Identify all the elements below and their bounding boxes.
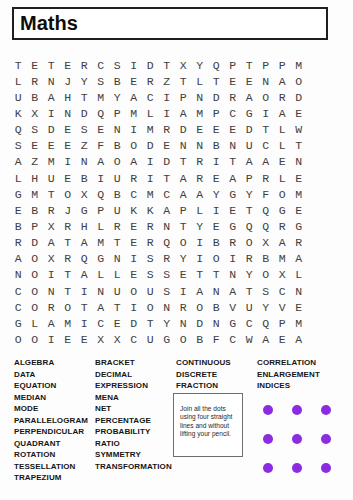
grid-cell-r15c8: O <box>126 283 143 299</box>
grid-cell-r6c6: F <box>93 138 110 154</box>
grid-cell-r9c12: A <box>192 186 209 202</box>
grid-cell-r10c16: Q <box>258 202 275 218</box>
grid-cell-r9c10: C <box>159 186 176 202</box>
word-probability: PROBABILITY <box>95 426 172 438</box>
grid-cell-r12c8: E <box>126 235 143 251</box>
grid-cell-r15c10: S <box>159 283 176 299</box>
grid-cell-r11c16: Q <box>258 218 275 234</box>
grid-cell-r6c4: E <box>60 138 77 154</box>
grid-cell-r9c7: B <box>109 186 126 202</box>
grid-cell-r12c11: O <box>175 235 192 251</box>
grid-cell-r10c5: G <box>76 202 93 218</box>
grid-cell-r3c8: A <box>126 89 143 105</box>
word-decimal: DECIMAL <box>95 369 172 381</box>
grid-cell-r10c13: I <box>208 202 225 218</box>
grid-cell-r2c12: L <box>192 73 209 89</box>
dots-grid <box>253 395 340 482</box>
grid-cell-r8c16: R <box>258 170 275 186</box>
grid-cell-r3c17: R <box>274 89 291 105</box>
grid-cell-r14c15: Y <box>241 267 258 283</box>
word-list-col-4: CORRELATIONENLARGEMENTINDICES <box>257 357 320 392</box>
word-trapezium: TRAPEZIUM <box>14 472 88 484</box>
grid-cell-r10c4: J <box>60 202 77 218</box>
grid-cell-r14c6: L <box>93 267 110 283</box>
grid-cell-r18c8: C <box>126 331 143 347</box>
grid-cell-r6c10: E <box>159 138 176 154</box>
grid-cell-r4c6: Q <box>93 105 110 121</box>
word-rotation: ROTATION <box>14 449 88 461</box>
grid-cell-r7c15: A <box>241 154 258 170</box>
grid-cell-r12c7: T <box>109 235 126 251</box>
grid-cell-r6c1: S <box>10 138 27 154</box>
grid-cell-r1c9: D <box>142 57 159 73</box>
grid-cell-r4c15: G <box>241 105 258 121</box>
grid-cell-r6c7: B <box>109 138 126 154</box>
grid-cell-r1c17: P <box>274 57 291 73</box>
grid-cell-r4c12: M <box>192 105 209 121</box>
grid-cell-r13c4: R <box>60 251 77 267</box>
grid-cell-r18c16: A <box>258 331 275 347</box>
grid-cell-r6c5: Z <box>76 138 93 154</box>
grid-cell-r4c10: I <box>159 105 176 121</box>
grid-cell-r1c1: T <box>10 57 27 73</box>
word-list-col-2: BRACKETDECIMALEXPRESSIONMENANETPERCENTAG… <box>95 357 172 472</box>
grid-cell-r16c12: O <box>192 299 209 315</box>
grid-cell-r15c15: T <box>241 283 258 299</box>
grid-cell-r3c12: N <box>192 89 209 105</box>
grid-cell-r5c4: E <box>60 122 77 138</box>
grid-cell-r4c7: P <box>109 105 126 121</box>
grid-cell-r13c9: S <box>142 251 159 267</box>
grid-cell-r17c14: G <box>225 315 242 331</box>
grid-cell-r11c13: E <box>208 218 225 234</box>
grid-cell-r15c18: N <box>291 283 308 299</box>
grid-cell-r13c12: I <box>192 251 209 267</box>
grid-cell-r4c2: X <box>27 105 44 121</box>
grid-cell-r13c13: O <box>208 251 225 267</box>
grid-cell-r14c16: O <box>258 267 275 283</box>
grid-cell-r3c18: D <box>291 89 308 105</box>
word-algebra: ALGEBRA <box>14 357 88 369</box>
grid-cell-r15c16: S <box>258 283 275 299</box>
grid-cell-r1c5: R <box>76 57 93 73</box>
grid-cell-r16c8: I <box>126 299 143 315</box>
grid-cell-r7c3: M <box>43 154 60 170</box>
grid-cell-r15c9: U <box>142 283 159 299</box>
grid-cell-r8c2: H <box>27 170 44 186</box>
grid-cell-r16c1: C <box>10 299 27 315</box>
grid-cell-r7c18: N <box>291 154 308 170</box>
grid-cell-r9c5: X <box>76 186 93 202</box>
grid-cell-r7c13: I <box>208 154 225 170</box>
grid-cell-r11c15: Q <box>241 218 258 234</box>
grid-cell-r11c14: G <box>225 218 242 234</box>
grid-cell-r2c8: E <box>126 73 143 89</box>
grid-cell-r14c4: T <box>60 267 77 283</box>
grid-cell-r17c5: I <box>76 315 93 331</box>
grid-cell-r8c10: T <box>159 170 176 186</box>
grid-cell-r16c2: O <box>27 299 44 315</box>
grid-cell-r5c1: Q <box>10 122 27 138</box>
grid-cell-r1c2: E <box>27 57 44 73</box>
grid-cell-r11c10: N <box>159 218 176 234</box>
grid-cell-r15c1: C <box>10 283 27 299</box>
join-dots-instruction-box: Join all the dots using four straight li… <box>173 393 243 457</box>
grid-cell-r13c17: M <box>274 251 291 267</box>
grid-cell-r11c6: L <box>93 218 110 234</box>
grid-cell-r16c10: N <box>159 299 176 315</box>
grid-cell-r13c2: O <box>27 251 44 267</box>
grid-cell-r1c7: S <box>109 57 126 73</box>
grid-cell-r8c11: A <box>175 170 192 186</box>
grid-cell-r9c1: G <box>10 186 27 202</box>
grid-cell-r15c14: A <box>225 283 242 299</box>
grid-cell-r8c12: R <box>192 170 209 186</box>
grid-cell-r16c18: E <box>291 299 308 315</box>
grid-cell-r1c14: P <box>225 57 242 73</box>
grid-cell-r14c14: N <box>225 267 242 283</box>
grid-cell-r10c8: K <box>126 202 143 218</box>
grid-cell-r12c9: R <box>142 235 159 251</box>
grid-cell-r9c2: M <box>27 186 44 202</box>
grid-cell-r2c2: R <box>27 73 44 89</box>
grid-cell-r18c17: E <box>274 331 291 347</box>
grid-cell-r9c17: O <box>274 186 291 202</box>
grid-cell-r3c14: R <box>225 89 242 105</box>
puzzle-dot <box>263 463 273 473</box>
grid-cell-r10c15: T <box>241 202 258 218</box>
grid-cell-r12c1: R <box>10 235 27 251</box>
grid-cell-r3c7: Y <box>109 89 126 105</box>
grid-cell-r10c14: E <box>225 202 242 218</box>
grid-cell-r7c11: T <box>175 154 192 170</box>
grid-cell-r11c17: R <box>274 218 291 234</box>
grid-cell-r2c9: R <box>142 73 159 89</box>
puzzle-dot <box>292 405 302 415</box>
word-ratio: RATIO <box>95 438 172 450</box>
grid-cell-r11c2: P <box>27 218 44 234</box>
grid-cell-r17c10: Y <box>159 315 176 331</box>
grid-cell-r5c17: L <box>274 122 291 138</box>
grid-cell-r14c2: O <box>27 267 44 283</box>
grid-cell-r1c15: T <box>241 57 258 73</box>
grid-cell-r12c2: D <box>27 235 44 251</box>
grid-cell-r8c14: A <box>225 170 242 186</box>
grid-cell-r14c13: T <box>208 267 225 283</box>
grid-cell-r14c10: S <box>159 267 176 283</box>
grid-cell-r4c4: N <box>60 105 77 121</box>
grid-cell-r12c12: I <box>192 235 209 251</box>
grid-cell-r6c9: D <box>142 138 159 154</box>
grid-cell-r18c6: X <box>93 331 110 347</box>
word-symmetry: SYMMETRY <box>95 449 172 461</box>
grid-cell-r12c17: A <box>274 235 291 251</box>
grid-cell-r11c18: G <box>291 218 308 234</box>
grid-cell-r1c18: M <box>291 57 308 73</box>
grid-cell-r8c15: P <box>241 170 258 186</box>
grid-cell-r16c14: V <box>225 299 242 315</box>
grid-cell-r17c17: P <box>274 315 291 331</box>
grid-cell-r8c8: R <box>126 170 143 186</box>
grid-cell-r8c1: L <box>10 170 27 186</box>
grid-cell-r11c1: B <box>10 218 27 234</box>
grid-cell-r1c4: E <box>60 57 77 73</box>
grid-cell-r7c10: D <box>159 154 176 170</box>
grid-cell-r13c3: X <box>43 251 60 267</box>
grid-cell-r14c3: I <box>43 267 60 283</box>
grid-cell-r11c12: Y <box>192 218 209 234</box>
grid-cell-r11c4: R <box>60 218 77 234</box>
grid-cell-r3c10: I <box>159 89 176 105</box>
grid-cell-r6c15: U <box>241 138 258 154</box>
grid-cell-r15c3: N <box>43 283 60 299</box>
grid-cell-r6c2: E <box>27 138 44 154</box>
grid-cell-r17c12: D <box>192 315 209 331</box>
grid-cell-r16c5: T <box>76 299 93 315</box>
join-dots-instruction-text: Join all the dots using four straight li… <box>174 394 242 439</box>
grid-cell-r3c9: C <box>142 89 159 105</box>
grid-cell-r17c13: N <box>208 315 225 331</box>
grid-cell-r1c10: T <box>159 57 176 73</box>
grid-cell-r15c6: N <box>93 283 110 299</box>
grid-cell-r3c16: O <box>258 89 275 105</box>
grid-cell-r2c13: T <box>208 73 225 89</box>
grid-cell-r12c16: X <box>258 235 275 251</box>
grid-cell-r3c4: H <box>60 89 77 105</box>
grid-cell-r2c11: T <box>175 73 192 89</box>
grid-cell-r2c18: O <box>291 73 308 89</box>
grid-cell-r4c14: C <box>225 105 242 121</box>
grid-cell-r1c6: C <box>93 57 110 73</box>
grid-cell-r11c11: T <box>175 218 192 234</box>
grid-cell-r18c15: W <box>241 331 258 347</box>
grid-cell-r16c6: A <box>93 299 110 315</box>
grid-cell-r16c17: V <box>274 299 291 315</box>
grid-cell-r14c8: E <box>126 267 143 283</box>
grid-cell-r7c8: A <box>126 154 143 170</box>
grid-cell-r17c8: D <box>126 315 143 331</box>
grid-cell-r9c11: A <box>175 186 192 202</box>
grid-cell-r4c9: L <box>142 105 159 121</box>
grid-cell-r17c3: A <box>43 315 60 331</box>
grid-cell-r10c18: E <box>291 202 308 218</box>
grid-cell-r17c9: T <box>142 315 159 331</box>
title-box: Maths <box>12 7 328 40</box>
grid-cell-r18c4: E <box>60 331 77 347</box>
grid-cell-r17c7: E <box>109 315 126 331</box>
grid-cell-r1c13: Q <box>208 57 225 73</box>
grid-cell-r5c13: E <box>208 122 225 138</box>
grid-cell-r10c6: P <box>93 202 110 218</box>
grid-cell-r16c11: R <box>175 299 192 315</box>
grid-cell-r2c16: N <box>258 73 275 89</box>
grid-cell-r2c15: E <box>241 73 258 89</box>
grid-cell-r3c11: P <box>175 89 192 105</box>
grid-cell-r15c13: N <box>208 283 225 299</box>
word-mena: MENA <box>95 392 172 404</box>
grid-cell-r10c1: E <box>10 202 27 218</box>
worksheet-page: Maths TETERCSIDTXYQPTPPMLRNJYSBERZTLTEEN… <box>0 0 353 500</box>
grid-cell-r1c16: P <box>258 57 275 73</box>
grid-cell-r15c7: U <box>109 283 126 299</box>
grid-cell-r3c6: M <box>93 89 110 105</box>
grid-cell-r12c4: T <box>60 235 77 251</box>
grid-cell-r10c2: B <box>27 202 44 218</box>
grid-cell-r2c1: L <box>10 73 27 89</box>
grid-cell-r7c7: O <box>109 154 126 170</box>
grid-cell-r8c17: L <box>274 170 291 186</box>
grid-cell-r4c16: I <box>258 105 275 121</box>
grid-cell-r10c9: K <box>142 202 159 218</box>
grid-cell-r14c11: E <box>175 267 192 283</box>
grid-cell-r16c9: O <box>142 299 159 315</box>
grid-cell-r5c5: S <box>76 122 93 138</box>
grid-cell-r16c16: Y <box>258 299 275 315</box>
grid-cell-r2c4: J <box>60 73 77 89</box>
grid-cell-r12c10: Q <box>159 235 176 251</box>
puzzle-dot <box>321 434 331 444</box>
word-transformation: TRANSFORMATION <box>95 461 172 473</box>
grid-cell-r7c14: T <box>225 154 242 170</box>
grid-cell-r17c1: G <box>10 315 27 331</box>
word-discrete: DISCRETE <box>176 369 231 381</box>
grid-cell-r6c18: T <box>291 138 308 154</box>
word-quadrant: QUADRANT <box>14 438 88 450</box>
word-search-grid: TETERCSIDTXYQPTPPMLRNJYSBERZTLTEENAOUBAH… <box>10 57 307 348</box>
grid-cell-r4c17: A <box>274 105 291 121</box>
grid-cell-r6c14: N <box>225 138 242 154</box>
grid-cell-r13c15: R <box>241 251 258 267</box>
grid-cell-r1c3: T <box>43 57 60 73</box>
grid-cell-r16c4: O <box>60 299 77 315</box>
grid-cell-r9c18: M <box>291 186 308 202</box>
grid-cell-r13c16: B <box>258 251 275 267</box>
grid-cell-r9c8: C <box>126 186 143 202</box>
word-continuous: CONTINUOUS <box>176 357 231 369</box>
grid-cell-r15c17: C <box>274 283 291 299</box>
grid-cell-r18c9: U <box>142 331 159 347</box>
grid-cell-r13c10: R <box>159 251 176 267</box>
grid-cell-r5c9: M <box>142 122 159 138</box>
grid-cell-r12c18: R <box>291 235 308 251</box>
grid-cell-r8c7: U <box>109 170 126 186</box>
word-enlargement: ENLARGEMENT <box>257 369 320 381</box>
grid-cell-r2c5: Y <box>76 73 93 89</box>
puzzle-dot <box>292 463 302 473</box>
grid-cell-r4c1: K <box>10 105 27 121</box>
grid-cell-r8c5: B <box>76 170 93 186</box>
grid-cell-r12c14: R <box>225 235 242 251</box>
grid-cell-r6c12: N <box>192 138 209 154</box>
grid-cell-r15c12: A <box>192 283 209 299</box>
grid-cell-r11c8: E <box>126 218 143 234</box>
grid-cell-r15c4: T <box>60 283 77 299</box>
grid-cell-r18c1: O <box>10 331 27 347</box>
grid-cell-r14c17: X <box>274 267 291 283</box>
grid-cell-r4c18: E <box>291 105 308 121</box>
grid-cell-r6c11: N <box>175 138 192 154</box>
word-tessellation: TESSELLATION <box>14 461 88 473</box>
grid-cell-r6c16: C <box>258 138 275 154</box>
word-mode: MODE <box>14 403 88 415</box>
grid-cell-r18c13: F <box>208 331 225 347</box>
grid-cell-r5c3: D <box>43 122 60 138</box>
grid-cell-r14c1: N <box>10 267 27 283</box>
grid-cell-r5c10: R <box>159 122 176 138</box>
grid-cell-r2c17: A <box>274 73 291 89</box>
grid-cell-r9c13: Y <box>208 186 225 202</box>
word-parallelogram: PARALLELOGRAM <box>14 415 88 427</box>
grid-cell-r15c2: O <box>27 283 44 299</box>
grid-cell-r7c6: A <box>93 154 110 170</box>
word-indices: INDICES <box>257 380 320 392</box>
grid-cell-r8c4: E <box>60 170 77 186</box>
grid-cell-r13c14: I <box>225 251 242 267</box>
grid-cell-r4c5: D <box>76 105 93 121</box>
word-equation: EQUATION <box>14 380 88 392</box>
grid-cell-r9c14: G <box>225 186 242 202</box>
grid-cell-r9c16: F <box>258 186 275 202</box>
grid-cell-r5c2: S <box>27 122 44 138</box>
grid-cell-r17c16: Q <box>258 315 275 331</box>
grid-cell-r18c2: O <box>27 331 44 347</box>
grid-cell-r7c12: R <box>192 154 209 170</box>
grid-cell-r5c7: N <box>109 122 126 138</box>
grid-cell-r2c6: S <box>93 73 110 89</box>
grid-cell-r16c7: T <box>109 299 126 315</box>
grid-cell-r7c2: Z <box>27 154 44 170</box>
grid-cell-r2c14: E <box>225 73 242 89</box>
grid-cell-r5c16: T <box>258 122 275 138</box>
grid-cell-r14c12: T <box>192 267 209 283</box>
puzzle-dot <box>292 434 302 444</box>
grid-cell-r9c9: M <box>142 186 159 202</box>
grid-cell-r18c18: A <box>291 331 308 347</box>
grid-cell-r12c6: M <box>93 235 110 251</box>
grid-cell-r1c8: I <box>126 57 143 73</box>
grid-cell-r12c13: B <box>208 235 225 251</box>
grid-cell-r13c7: N <box>109 251 126 267</box>
grid-cell-r16c3: R <box>43 299 60 315</box>
grid-cell-r3c5: T <box>76 89 93 105</box>
grid-cell-r14c18: L <box>291 267 308 283</box>
grid-cell-r2c3: N <box>43 73 60 89</box>
grid-cell-r13c6: G <box>93 251 110 267</box>
grid-cell-r10c10: A <box>159 202 176 218</box>
word-median: MEDIAN <box>14 392 88 404</box>
grid-cell-r15c11: I <box>175 283 192 299</box>
grid-cell-r13c11: Y <box>175 251 192 267</box>
grid-cell-r17c4: M <box>60 315 77 331</box>
grid-cell-r9c15: Y <box>241 186 258 202</box>
grid-cell-r3c1: U <box>10 89 27 105</box>
grid-cell-r6c13: B <box>208 138 225 154</box>
grid-cell-r8c3: U <box>43 170 60 186</box>
grid-cell-r17c18: M <box>291 315 308 331</box>
grid-cell-r5c8: I <box>126 122 143 138</box>
grid-cell-r11c3: X <box>43 218 60 234</box>
grid-cell-r17c11: N <box>175 315 192 331</box>
grid-cell-r11c5: H <box>76 218 93 234</box>
grid-cell-r10c11: P <box>175 202 192 218</box>
grid-cell-r8c6: I <box>93 170 110 186</box>
grid-cell-r13c5: Q <box>76 251 93 267</box>
word-data: DATA <box>14 369 88 381</box>
grid-cell-r9c4: O <box>60 186 77 202</box>
grid-cell-r18c7: X <box>109 331 126 347</box>
grid-cell-r10c12: L <box>192 202 209 218</box>
grid-cell-r7c4: I <box>60 154 77 170</box>
